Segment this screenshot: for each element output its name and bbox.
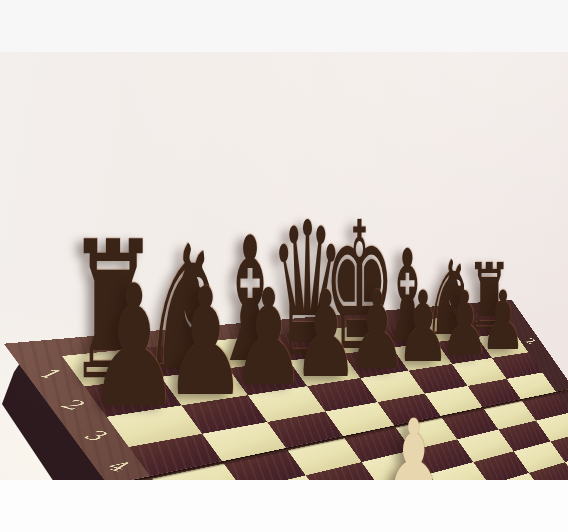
- pieces-layer: ♜♞♝♛♚♝♞♜♟♟♟♟♟♟♟♟♟: [0, 0, 568, 532]
- pawn-glyph: ♟: [82, 264, 186, 432]
- chess-set-photo: 12342 ♜♞♝♛♚♝♞♜♟♟♟♟♟♟♟♟♟: [0, 0, 568, 532]
- top-white-band: [0, 0, 568, 52]
- bottom-white-band: [0, 480, 568, 532]
- dark-pawn-a2: ♟: [50, 264, 218, 432]
